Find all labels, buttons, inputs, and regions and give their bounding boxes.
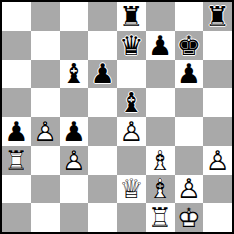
square-b7[interactable] [31, 31, 60, 60]
square-c4[interactable]: ♟ [60, 117, 89, 146]
square-h4[interactable] [203, 117, 232, 146]
square-b2[interactable] [31, 175, 60, 204]
black-rook-icon: ♜ [117, 2, 146, 31]
white-pawn-b4[interactable]: ♟♙ [31, 117, 60, 146]
square-g2[interactable]: ♟♙ [175, 175, 204, 204]
square-e5[interactable]: ♝ [117, 88, 146, 117]
black-pawn-icon: ♟ [146, 31, 175, 60]
square-b3[interactable] [31, 146, 60, 175]
black-queen-icon: ♛ [117, 31, 146, 60]
board-grid: ♜♜♛♟♚♝♟♟♝♟♟♙♟♟♙♜♖♟♙♝♗♟♙♛♕♝♗♟♙♜♖♚♔ [2, 2, 232, 232]
square-a5[interactable] [2, 88, 31, 117]
black-rook-icon: ♜ [203, 2, 232, 31]
square-e4[interactable]: ♟♙ [117, 117, 146, 146]
square-g4[interactable] [175, 117, 204, 146]
square-h2[interactable] [203, 175, 232, 204]
black-pawn-c4[interactable]: ♟ [60, 117, 89, 146]
white-rook-f1[interactable]: ♜♖ [146, 203, 175, 232]
white-bishop-f2[interactable]: ♝♗ [146, 175, 175, 204]
black-pawn-a4[interactable]: ♟ [2, 117, 31, 146]
white-king-icon: ♔ [175, 203, 204, 232]
black-rook-h8[interactable]: ♜ [203, 2, 232, 31]
white-rook-icon: ♖ [146, 203, 175, 232]
black-pawn-icon: ♟ [60, 117, 89, 146]
square-g8[interactable] [175, 2, 204, 31]
black-bishop-icon: ♝ [60, 60, 89, 89]
white-bishop-f3[interactable]: ♝♗ [146, 146, 175, 175]
white-pawn-icon: ♙ [175, 175, 204, 204]
square-e2[interactable]: ♛♕ [117, 175, 146, 204]
white-pawn-e4[interactable]: ♟♙ [117, 117, 146, 146]
square-b6[interactable] [31, 60, 60, 89]
square-c3[interactable]: ♟♙ [60, 146, 89, 175]
square-b8[interactable] [31, 2, 60, 31]
square-f7[interactable]: ♟ [146, 31, 175, 60]
square-d6[interactable]: ♟ [88, 60, 117, 89]
black-pawn-icon: ♟ [175, 60, 204, 89]
black-bishop-e5[interactable]: ♝ [117, 88, 146, 117]
black-rook-e8[interactable]: ♜ [117, 2, 146, 31]
chessboard: ♜♜♛♟♚♝♟♟♝♟♟♙♟♟♙♜♖♟♙♝♗♟♙♛♕♝♗♟♙♜♖♚♔ [0, 0, 234, 234]
square-d4[interactable] [88, 117, 117, 146]
square-b5[interactable] [31, 88, 60, 117]
square-d2[interactable] [88, 175, 117, 204]
square-h7[interactable] [203, 31, 232, 60]
white-rook-a3[interactable]: ♜♖ [2, 146, 31, 175]
square-d1[interactable] [88, 203, 117, 232]
black-pawn-g6[interactable]: ♟ [175, 60, 204, 89]
white-pawn-icon: ♙ [117, 117, 146, 146]
black-pawn-d6[interactable]: ♟ [88, 60, 117, 89]
square-a6[interactable] [2, 60, 31, 89]
square-h1[interactable] [203, 203, 232, 232]
black-pawn-f7[interactable]: ♟ [146, 31, 175, 60]
square-b1[interactable] [31, 203, 60, 232]
square-d8[interactable] [88, 2, 117, 31]
square-h6[interactable] [203, 60, 232, 89]
white-pawn-c3[interactable]: ♟♙ [60, 146, 89, 175]
white-bishop-icon: ♗ [146, 146, 175, 175]
white-queen-e2[interactable]: ♛♕ [117, 175, 146, 204]
black-bishop-icon: ♝ [117, 88, 146, 117]
square-b4[interactable]: ♟♙ [31, 117, 60, 146]
black-pawn-icon: ♟ [2, 117, 31, 146]
square-f6[interactable] [146, 60, 175, 89]
square-e3[interactable] [117, 146, 146, 175]
white-pawn-icon: ♙ [31, 117, 60, 146]
white-pawn-h3[interactable]: ♟♙ [203, 146, 232, 175]
black-pawn-icon: ♟ [88, 60, 117, 89]
square-g6[interactable]: ♟ [175, 60, 204, 89]
square-h8[interactable]: ♜ [203, 2, 232, 31]
square-f4[interactable] [146, 117, 175, 146]
square-f3[interactable]: ♝♗ [146, 146, 175, 175]
square-f1[interactable]: ♜♖ [146, 203, 175, 232]
square-g7[interactable]: ♚ [175, 31, 204, 60]
square-c5[interactable] [60, 88, 89, 117]
square-c2[interactable] [60, 175, 89, 204]
square-f8[interactable] [146, 2, 175, 31]
square-a7[interactable] [2, 31, 31, 60]
white-king-g1[interactable]: ♚♔ [175, 203, 204, 232]
square-g3[interactable] [175, 146, 204, 175]
black-king-g7[interactable]: ♚ [175, 31, 204, 60]
white-pawn-icon: ♙ [60, 146, 89, 175]
white-pawn-g2[interactable]: ♟♙ [175, 175, 204, 204]
square-c7[interactable] [60, 31, 89, 60]
white-pawn-icon: ♙ [203, 146, 232, 175]
square-c6[interactable]: ♝ [60, 60, 89, 89]
black-king-icon: ♚ [175, 31, 204, 60]
black-bishop-c6[interactable]: ♝ [60, 60, 89, 89]
square-h5[interactable] [203, 88, 232, 117]
square-d5[interactable] [88, 88, 117, 117]
square-f5[interactable] [146, 88, 175, 117]
white-queen-icon: ♕ [117, 175, 146, 204]
square-a4[interactable]: ♟ [2, 117, 31, 146]
square-c1[interactable] [60, 203, 89, 232]
square-g1[interactable]: ♚♔ [175, 203, 204, 232]
black-queen-e7[interactable]: ♛ [117, 31, 146, 60]
square-e1[interactable] [117, 203, 146, 232]
square-a8[interactable] [2, 2, 31, 31]
white-rook-icon: ♖ [2, 146, 31, 175]
square-e6[interactable] [117, 60, 146, 89]
square-f2[interactable]: ♝♗ [146, 175, 175, 204]
square-h3[interactable]: ♟♙ [203, 146, 232, 175]
square-d7[interactable] [88, 31, 117, 60]
square-e8[interactable]: ♜ [117, 2, 146, 31]
square-a2[interactable] [2, 175, 31, 204]
square-e7[interactable]: ♛ [117, 31, 146, 60]
square-d3[interactable] [88, 146, 117, 175]
square-a3[interactable]: ♜♖ [2, 146, 31, 175]
white-bishop-icon: ♗ [146, 175, 175, 204]
square-g5[interactable] [175, 88, 204, 117]
square-c8[interactable] [60, 2, 89, 31]
square-a1[interactable] [2, 203, 31, 232]
